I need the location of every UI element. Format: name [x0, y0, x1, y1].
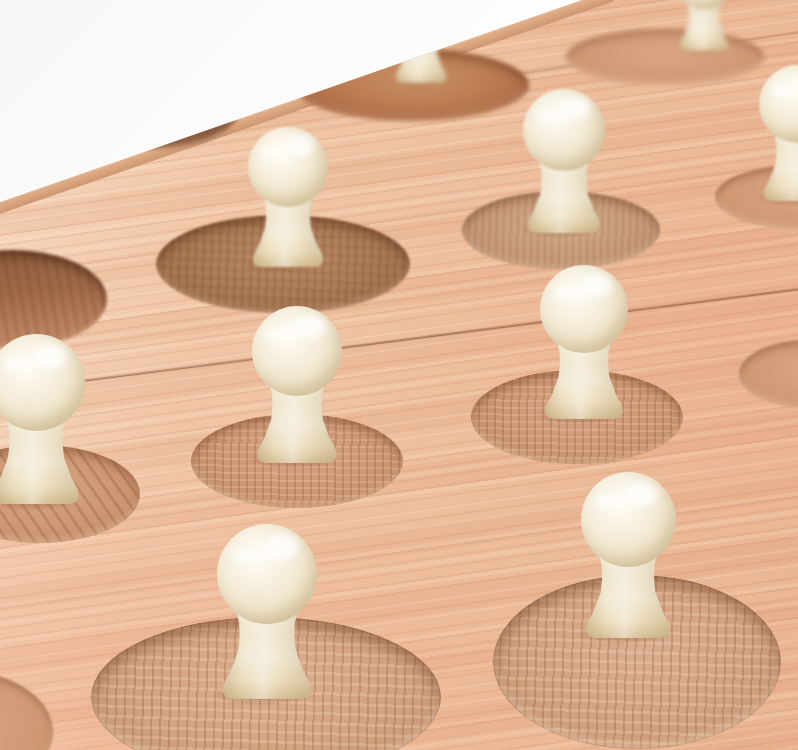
- board-cell-r4c3[interactable]: [493, 575, 781, 749]
- peg-ball-head: [677, 0, 732, 10]
- wooden-peg[interactable]: [110, 4, 170, 109]
- board-cell-r3c2[interactable]: [191, 414, 403, 508]
- board-cell-r2c3[interactable]: [462, 191, 660, 269]
- peg-ball-head: [540, 265, 628, 353]
- wooden-peg[interactable]: [677, 0, 732, 51]
- peg-ball-head: [523, 89, 605, 171]
- wooden-peg[interactable]: [581, 472, 676, 638]
- board-cell-r3c3[interactable]: [471, 370, 683, 464]
- peg-ball-head: [110, 4, 170, 64]
- wooden-peg[interactable]: [392, 0, 450, 83]
- wooden-peg[interactable]: [759, 65, 798, 201]
- wooden-peg[interactable]: [523, 89, 605, 233]
- peg-ball-head: [248, 127, 328, 207]
- board-cell-r3c1[interactable]: [0, 445, 140, 543]
- wooden-peg[interactable]: [540, 265, 628, 419]
- peg-shadow: [96, 98, 177, 115]
- peg-ball-head: [759, 65, 798, 143]
- board-cell-r2c4[interactable]: [715, 165, 798, 229]
- wooden-peg[interactable]: [217, 524, 317, 699]
- peg-neck-base: [393, 29, 449, 83]
- board-cell-r2c2[interactable]: [156, 215, 410, 313]
- wooden-peg[interactable]: [248, 127, 328, 267]
- board-cell-r4c2[interactable]: [91, 617, 441, 750]
- board-cell-r1c3[interactable]: [566, 29, 764, 85]
- peg-ball-head: [0, 334, 85, 431]
- peg-neck-base: [111, 53, 169, 109]
- photo-stage: [0, 0, 798, 750]
- recess-hole-empty: [739, 340, 798, 408]
- recess-hole: [46, 75, 238, 149]
- wooden-peg[interactable]: [252, 306, 342, 463]
- peg-ball-head: [217, 524, 317, 624]
- board-cell-r3c4-empty[interactable]: [739, 340, 798, 408]
- board-cell-r4c1-empty[interactable]: [0, 670, 53, 750]
- wooden-board: [0, 0, 798, 750]
- board-cell-r1c1[interactable]: [46, 75, 238, 149]
- board-cell-r1c2[interactable]: [293, 49, 529, 121]
- peg-ball-head: [252, 306, 342, 396]
- recess-hole: [566, 29, 764, 85]
- wooden-peg[interactable]: [0, 334, 85, 504]
- peg-ball-head: [392, 0, 450, 39]
- recess-hole-empty: [0, 670, 53, 750]
- peg-ball-head: [581, 472, 676, 567]
